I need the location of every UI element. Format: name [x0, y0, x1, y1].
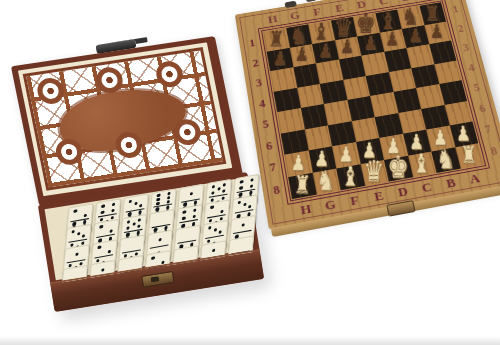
domino-pip	[222, 189, 226, 193]
domino-pip	[240, 180, 244, 184]
board-border: HGFEDCBA HGFEDCBA 12345678 12345678 ♜♞♝♛…	[235, 0, 500, 229]
white-king-piece: ♚	[387, 153, 409, 184]
white-knight-piece: ♞	[436, 146, 455, 173]
domino-pip	[210, 205, 214, 209]
lid-lining	[18, 42, 232, 196]
domino-pip	[126, 226, 130, 230]
domino-pip	[101, 204, 105, 208]
domino-pip	[111, 209, 115, 213]
white-knight-piece: ♞	[317, 167, 336, 194]
white-queen-piece: ♛	[364, 157, 385, 187]
domino-pip	[212, 184, 216, 188]
domino-pip	[101, 268, 105, 272]
domino-pip	[193, 208, 197, 212]
domino-pip	[134, 201, 138, 205]
black-pawn-piece: ♟	[363, 34, 377, 53]
domino-pip	[208, 225, 212, 229]
chess-board: HGFEDCBA HGFEDCBA 12345678 12345678 ♜♞♝♛…	[235, 0, 500, 229]
domino-pip	[211, 191, 215, 195]
box-clasp-latch-icon	[141, 271, 174, 288]
domino-pip	[239, 186, 243, 190]
carved-lattice-panel	[23, 47, 227, 191]
domino-pip	[220, 210, 224, 214]
black-pawn-piece: ♟	[295, 46, 310, 65]
white-rook-piece: ♜	[460, 144, 478, 168]
domino-pip	[71, 229, 75, 233]
product-photo: HGFEDCBA HGFEDCBA 12345678 12345678 ♜♞♝♛…	[0, 0, 500, 345]
domino-pip	[75, 252, 79, 256]
domino-pip	[109, 229, 113, 233]
domino-pip	[212, 248, 216, 252]
domino-pip	[77, 232, 81, 236]
rank-label: 8	[261, 177, 292, 204]
domino-pip	[132, 222, 136, 226]
domino-pip	[151, 256, 155, 260]
domino-pip	[243, 202, 247, 206]
domino-pip	[248, 205, 252, 209]
domino-pip	[182, 216, 186, 220]
white-bishop-piece: ♝	[412, 151, 431, 178]
domino-pip	[223, 183, 227, 187]
domino-pip	[139, 204, 143, 208]
domino-pip	[98, 245, 102, 249]
domino-pip	[183, 210, 187, 214]
domino-pip	[213, 228, 217, 232]
black-pawn-piece: ♟	[386, 31, 400, 50]
domino-pip	[249, 184, 253, 188]
black-pawn-piece: ♟	[272, 50, 287, 69]
domino-pip	[250, 178, 254, 182]
black-pawn-piece: ♟	[430, 23, 445, 42]
black-pawn-piece: ♟	[408, 27, 422, 46]
domino-pip	[238, 200, 242, 204]
domino-pip	[241, 223, 245, 227]
domino-pip	[189, 192, 193, 196]
domino-pip	[158, 238, 162, 242]
domino-pip	[111, 202, 115, 206]
black-pawn-piece: ♟	[318, 42, 332, 61]
black-pawn-piece: ♟	[341, 38, 355, 57]
domino-pip	[218, 230, 222, 234]
domino-pip	[127, 220, 131, 224]
domino-pip	[129, 199, 133, 203]
rosette-carving-icon	[154, 60, 185, 89]
domino-pip	[74, 209, 78, 213]
domino-pip	[82, 234, 86, 238]
rosette-carving-icon	[35, 76, 66, 105]
domino-pip	[101, 210, 105, 214]
domino-pip	[100, 225, 104, 229]
domino-pip	[83, 213, 87, 217]
domino-pip	[217, 187, 221, 191]
chess-square: ♚	[384, 155, 413, 181]
domino-pip	[192, 214, 196, 218]
domino-pip	[107, 250, 111, 254]
domino-pip	[138, 218, 142, 222]
white-bishop-piece: ♝	[341, 163, 360, 190]
white-rook-piece: ♜	[293, 173, 311, 197]
domino-pip	[137, 224, 141, 228]
